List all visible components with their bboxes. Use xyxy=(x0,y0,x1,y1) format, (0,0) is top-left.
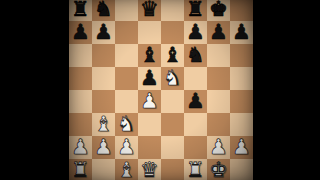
square-a1[interactable]: ♜ xyxy=(69,159,92,180)
square-b4[interactable] xyxy=(92,90,115,113)
square-a6[interactable] xyxy=(69,44,92,67)
piece-black-knight[interactable]: ♞ xyxy=(186,44,205,67)
square-f4[interactable]: ♟ xyxy=(184,90,207,113)
square-f2[interactable] xyxy=(184,136,207,159)
square-c1[interactable]: ♝ xyxy=(115,159,138,180)
screenshot-stage: ♜♞♛♜♚♟♟♟♟♟♝♝♞♟♞♟♟♝♞♟♟♟♟♟♜♝♛♜♚ xyxy=(0,0,320,180)
square-a7[interactable]: ♟ xyxy=(69,21,92,44)
square-f6[interactable]: ♞ xyxy=(184,44,207,67)
square-b6[interactable] xyxy=(92,44,115,67)
piece-white-rook[interactable]: ♜ xyxy=(186,159,205,180)
piece-black-knight[interactable]: ♞ xyxy=(94,0,113,21)
square-c5[interactable] xyxy=(115,67,138,90)
square-h7[interactable]: ♟ xyxy=(230,21,253,44)
square-e6[interactable]: ♝ xyxy=(161,44,184,67)
square-b2[interactable]: ♟ xyxy=(92,136,115,159)
square-b1[interactable] xyxy=(92,159,115,180)
piece-white-pawn[interactable]: ♟ xyxy=(94,136,113,159)
piece-white-bishop[interactable]: ♝ xyxy=(94,113,113,136)
piece-white-pawn[interactable]: ♟ xyxy=(209,136,228,159)
square-b7[interactable]: ♟ xyxy=(92,21,115,44)
square-b3[interactable]: ♝ xyxy=(92,113,115,136)
square-f5[interactable] xyxy=(184,67,207,90)
square-d4[interactable]: ♟ xyxy=(138,90,161,113)
piece-black-queen[interactable]: ♛ xyxy=(140,0,159,21)
square-h5[interactable] xyxy=(230,67,253,90)
letterbox-left xyxy=(0,0,69,180)
square-e2[interactable] xyxy=(161,136,184,159)
square-g4[interactable] xyxy=(207,90,230,113)
square-h3[interactable] xyxy=(230,113,253,136)
piece-black-pawn[interactable]: ♟ xyxy=(232,21,251,44)
piece-black-bishop[interactable]: ♝ xyxy=(140,44,159,67)
square-c2[interactable]: ♟ xyxy=(115,136,138,159)
square-g6[interactable] xyxy=(207,44,230,67)
piece-black-pawn[interactable]: ♟ xyxy=(71,21,90,44)
square-c6[interactable] xyxy=(115,44,138,67)
square-h2[interactable]: ♟ xyxy=(230,136,253,159)
square-g5[interactable] xyxy=(207,67,230,90)
square-e5[interactable]: ♞ xyxy=(161,67,184,90)
square-g1[interactable]: ♚ xyxy=(207,159,230,180)
square-d5[interactable]: ♟ xyxy=(138,67,161,90)
square-a3[interactable] xyxy=(69,113,92,136)
piece-white-queen[interactable]: ♛ xyxy=(140,159,159,180)
square-c7[interactable] xyxy=(115,21,138,44)
square-e7[interactable] xyxy=(161,21,184,44)
square-e3[interactable] xyxy=(161,113,184,136)
square-e4[interactable] xyxy=(161,90,184,113)
piece-black-pawn[interactable]: ♟ xyxy=(209,21,228,44)
piece-black-bishop[interactable]: ♝ xyxy=(163,44,182,67)
square-f1[interactable]: ♜ xyxy=(184,159,207,180)
square-c4[interactable] xyxy=(115,90,138,113)
square-e1[interactable] xyxy=(161,159,184,180)
square-d8[interactable]: ♛ xyxy=(138,0,161,21)
square-g3[interactable] xyxy=(207,113,230,136)
piece-white-pawn[interactable]: ♟ xyxy=(140,90,159,113)
piece-black-rook[interactable]: ♜ xyxy=(71,0,90,21)
square-a5[interactable] xyxy=(69,67,92,90)
piece-white-knight[interactable]: ♞ xyxy=(163,67,182,90)
square-h8[interactable] xyxy=(230,0,253,21)
square-a4[interactable] xyxy=(69,90,92,113)
square-f8[interactable]: ♜ xyxy=(184,0,207,21)
piece-black-pawn[interactable]: ♟ xyxy=(140,67,159,90)
square-h4[interactable] xyxy=(230,90,253,113)
square-g8[interactable]: ♚ xyxy=(207,0,230,21)
square-a2[interactable]: ♟ xyxy=(69,136,92,159)
piece-white-pawn[interactable]: ♟ xyxy=(232,136,251,159)
square-a8[interactable]: ♜ xyxy=(69,0,92,21)
square-c8[interactable] xyxy=(115,0,138,21)
square-h6[interactable] xyxy=(230,44,253,67)
piece-white-pawn[interactable]: ♟ xyxy=(117,136,136,159)
square-d1[interactable]: ♛ xyxy=(138,159,161,180)
letterbox-right xyxy=(253,0,320,180)
square-g2[interactable]: ♟ xyxy=(207,136,230,159)
square-b5[interactable] xyxy=(92,67,115,90)
square-h1[interactable] xyxy=(230,159,253,180)
square-f7[interactable]: ♟ xyxy=(184,21,207,44)
piece-white-bishop[interactable]: ♝ xyxy=(117,159,136,180)
piece-black-rook[interactable]: ♜ xyxy=(186,0,205,21)
piece-white-knight[interactable]: ♞ xyxy=(117,113,136,136)
square-g7[interactable]: ♟ xyxy=(207,21,230,44)
piece-black-pawn[interactable]: ♟ xyxy=(186,90,205,113)
square-d2[interactable] xyxy=(138,136,161,159)
square-d3[interactable] xyxy=(138,113,161,136)
square-b8[interactable]: ♞ xyxy=(92,0,115,21)
piece-black-pawn[interactable]: ♟ xyxy=(186,21,205,44)
piece-black-king[interactable]: ♚ xyxy=(209,0,228,21)
piece-white-king[interactable]: ♚ xyxy=(209,159,228,180)
square-f3[interactable] xyxy=(184,113,207,136)
piece-white-pawn[interactable]: ♟ xyxy=(71,136,90,159)
piece-white-rook[interactable]: ♜ xyxy=(71,159,90,180)
square-e8[interactable] xyxy=(161,0,184,21)
square-c3[interactable]: ♞ xyxy=(115,113,138,136)
square-d7[interactable] xyxy=(138,21,161,44)
square-d6[interactable]: ♝ xyxy=(138,44,161,67)
chess-board: ♜♞♛♜♚♟♟♟♟♟♝♝♞♟♞♟♟♝♞♟♟♟♟♟♜♝♛♜♚ xyxy=(69,0,253,180)
piece-black-pawn[interactable]: ♟ xyxy=(94,21,113,44)
